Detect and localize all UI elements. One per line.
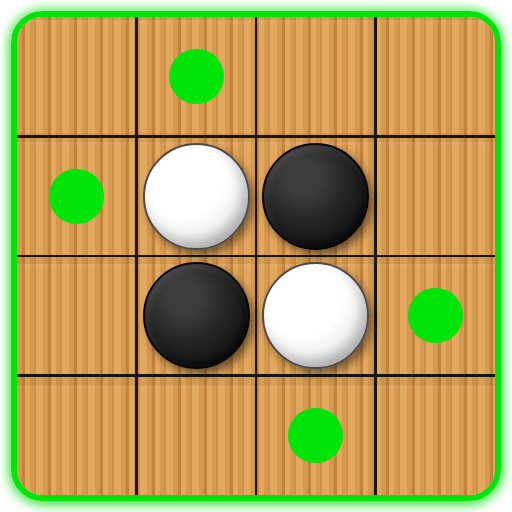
cell-b4[interactable] [137,376,257,496]
black-disc [143,262,250,369]
cell-d1[interactable] [376,17,496,137]
cell-b1[interactable] [137,17,257,137]
cell-d3[interactable] [376,256,496,376]
cell-c3[interactable] [256,256,376,376]
cell-b2[interactable] [137,137,257,257]
othello-board [11,11,501,501]
cell-c1[interactable] [256,17,376,137]
cell-a3[interactable] [17,256,137,376]
cell-a2[interactable] [17,137,137,257]
board-grid [17,17,495,495]
legal-move-hint[interactable] [408,288,463,343]
black-disc [262,143,369,250]
cell-a1[interactable] [17,17,137,137]
white-disc [262,262,369,369]
white-disc [143,143,250,250]
cell-b3[interactable] [137,256,257,376]
cell-d2[interactable] [376,137,496,257]
cell-d4[interactable] [376,376,496,496]
cell-c4[interactable] [256,376,376,496]
legal-move-hint[interactable] [49,169,104,224]
cell-c2[interactable] [256,137,376,257]
legal-move-hint[interactable] [169,49,224,104]
cell-a4[interactable] [17,376,137,496]
legal-move-hint[interactable] [288,408,343,463]
